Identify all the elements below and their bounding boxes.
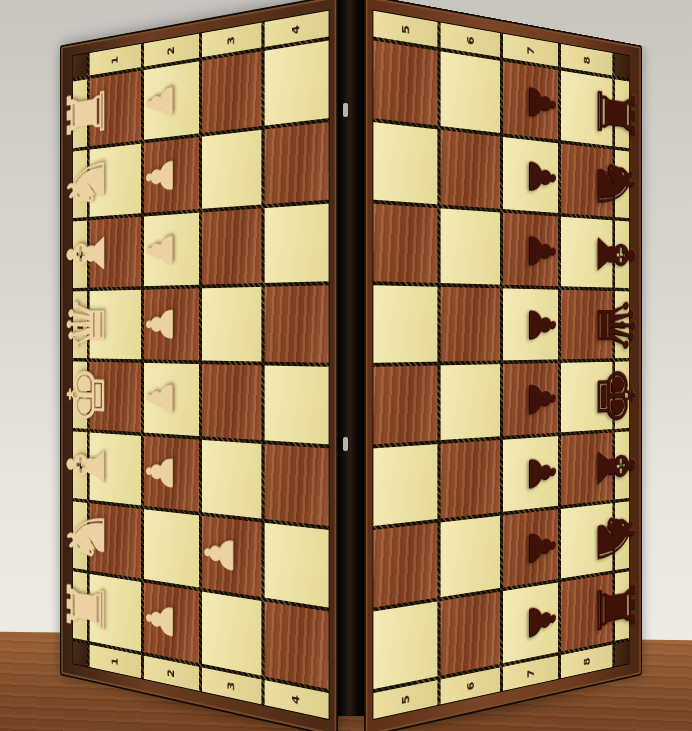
- rank-label-5: 5: [373, 10, 437, 46]
- square-a4[interactable]: [265, 40, 329, 125]
- square-c1[interactable]: ♝: [90, 216, 142, 287]
- square-e6[interactable]: [441, 364, 500, 440]
- square-h6[interactable]: [441, 591, 500, 675]
- square-h3[interactable]: [202, 591, 261, 675]
- frame-corner: [73, 53, 87, 78]
- square-f3[interactable]: [202, 439, 261, 518]
- square-c7[interactable]: ♟: [503, 212, 558, 285]
- file-label-A-left: A: [73, 79, 87, 148]
- rank-label-3-text: 3: [226, 35, 236, 45]
- rank-label-5-text: 5: [401, 693, 412, 704]
- black-rook[interactable]: ♜: [590, 569, 640, 645]
- file-label-E-left-text: E: [76, 391, 84, 399]
- white-bishop[interactable]: ♝: [62, 218, 112, 288]
- square-g8[interactable]: ♞: [561, 503, 613, 578]
- file-label-E-left: E: [73, 361, 87, 428]
- file-label-A-right: A: [615, 79, 629, 148]
- square-h2[interactable]: ♟: [144, 582, 199, 663]
- square-g7[interactable]: ♟: [503, 509, 558, 587]
- rank-label-1-text: 1: [111, 656, 120, 666]
- black-pawn[interactable]: ♟: [515, 288, 569, 359]
- square-f4[interactable]: [265, 444, 329, 526]
- file-label-B-right-text: B: [618, 179, 626, 188]
- white-king[interactable]: ♚: [62, 361, 112, 430]
- file-label-D-left-text: D: [76, 320, 84, 329]
- file-label-F-left-text: F: [76, 461, 84, 469]
- file-label-D-right: D: [615, 291, 629, 358]
- rank-label-4-text: 4: [291, 693, 302, 704]
- rank-label-8-text: 8: [583, 55, 592, 64]
- black-rook[interactable]: ♜: [590, 75, 640, 149]
- square-h7[interactable]: ♟: [503, 582, 558, 663]
- square-c4[interactable]: [265, 203, 329, 282]
- board-left-panel: 1234A♜♟B♞♟C♝♟D♛♟E♚♟F♝♟G♞♟H♜♟1234: [60, 0, 338, 731]
- square-f6[interactable]: [441, 439, 500, 518]
- square-e8[interactable]: ♚: [561, 361, 613, 432]
- rank-label-7-text: 7: [526, 667, 535, 677]
- square-f1[interactable]: ♝: [90, 432, 142, 505]
- white-rook[interactable]: ♜: [62, 569, 112, 645]
- rank-label-4: 4: [265, 10, 329, 46]
- rank-label-2: 2: [144, 33, 199, 66]
- square-g3[interactable]: ♟: [202, 515, 261, 596]
- left-panel-grid: 1234A♜♟B♞♟C♝♟D♛♟E♚♟F♝♟G♞♟H♜♟1234: [73, 9, 330, 720]
- square-h5[interactable]: [373, 601, 437, 689]
- file-label-A-left-text: A: [76, 109, 84, 119]
- square-d6[interactable]: [441, 286, 500, 361]
- white-pawn[interactable]: ♟: [133, 362, 187, 435]
- file-label-A-right-text: A: [618, 109, 626, 119]
- white-knight[interactable]: ♞: [62, 147, 112, 219]
- file-label-C-left-text: C: [76, 250, 84, 259]
- square-a6[interactable]: [441, 51, 500, 133]
- white-pawn[interactable]: ♟: [133, 213, 187, 286]
- black-bishop[interactable]: ♝: [590, 430, 640, 502]
- file-label-E-right-text: E: [618, 391, 626, 399]
- file-label-G-left-text: G: [76, 530, 84, 540]
- black-pawn[interactable]: ♟: [515, 63, 569, 141]
- square-g5[interactable]: [373, 522, 437, 607]
- file-label-H-right: H: [615, 571, 629, 640]
- right-panel-grid: 5678♟♜A♟♞B♟♝C♟♛D♟♚E♟♝F♟♞G♟♜H5678: [373, 9, 630, 720]
- square-e3[interactable]: [202, 364, 261, 440]
- square-f8[interactable]: ♝: [561, 432, 613, 505]
- rank-label-2-text: 2: [166, 45, 175, 55]
- rank-label-3: 3: [202, 22, 261, 57]
- rank-label-1-text: 1: [111, 55, 120, 64]
- square-h4[interactable]: [265, 601, 329, 689]
- square-e2[interactable]: ♟: [144, 362, 199, 435]
- square-g6[interactable]: [441, 515, 500, 596]
- square-a3[interactable]: [202, 51, 261, 133]
- square-g2[interactable]: [144, 509, 199, 587]
- square-h8[interactable]: ♜: [561, 573, 613, 651]
- folding-chess-board: 1234A♜♟B♞♟C♝♟D♛♟E♚♟F♝♟G♞♟H♜♟1234 5678♟♜A…: [30, 0, 672, 731]
- black-pawn[interactable]: ♟: [515, 138, 569, 213]
- file-label-B-right: B: [615, 149, 629, 217]
- square-d4[interactable]: [265, 285, 329, 363]
- black-pawn[interactable]: ♟: [515, 362, 569, 435]
- square-e7[interactable]: ♟: [503, 362, 558, 435]
- white-pawn[interactable]: ♟: [133, 580, 187, 660]
- rank-label-5-text: 5: [401, 23, 412, 34]
- frame-corner: [615, 641, 629, 666]
- square-c5[interactable]: [373, 203, 437, 282]
- file-label-G-right: G: [615, 501, 629, 570]
- rank-label-3: 3: [202, 667, 261, 704]
- rank-label-4: 4: [265, 680, 329, 719]
- hinge-spine: [338, 0, 364, 731]
- file-label-D-right-text: D: [618, 320, 626, 329]
- rank-label-6: 6: [441, 667, 500, 704]
- file-label-B-left-text: B: [76, 179, 84, 188]
- white-pawn[interactable]: ♟: [133, 138, 187, 213]
- square-d7[interactable]: ♟: [503, 288, 558, 360]
- frame-corner: [615, 53, 629, 78]
- square-f7[interactable]: ♟: [503, 436, 558, 512]
- rank-label-7: 7: [503, 33, 558, 66]
- file-label-F-right-text: F: [618, 461, 626, 469]
- square-c3[interactable]: [202, 208, 261, 284]
- square-b4[interactable]: [265, 122, 329, 204]
- rank-label-7: 7: [503, 655, 558, 690]
- square-d8[interactable]: ♛: [561, 289, 613, 358]
- frame-corner: [73, 641, 87, 666]
- hinge-plate-icon: [343, 103, 348, 117]
- square-b1[interactable]: ♞: [90, 143, 142, 216]
- square-d3[interactable]: [202, 286, 261, 361]
- rank-label-2-text: 2: [166, 667, 175, 677]
- square-a1[interactable]: ♜: [90, 70, 142, 146]
- square-h1[interactable]: ♜: [90, 573, 142, 651]
- rank-label-8: 8: [561, 43, 613, 75]
- white-queen[interactable]: ♛: [62, 290, 112, 358]
- square-e1[interactable]: ♚: [90, 361, 142, 432]
- square-c8[interactable]: ♝: [561, 216, 613, 287]
- rank-label-7-text: 7: [526, 45, 535, 55]
- file-label-C-right-text: C: [618, 250, 626, 259]
- square-e5[interactable]: [373, 365, 437, 444]
- white-pawn[interactable]: ♟: [133, 288, 187, 359]
- rank-label-6-text: 6: [466, 35, 476, 45]
- rank-label-6: 6: [441, 22, 500, 57]
- file-label-B-left: B: [73, 149, 87, 217]
- square-a7[interactable]: ♟: [503, 61, 558, 140]
- file-label-F-right: F: [615, 431, 629, 499]
- square-b6[interactable]: [441, 129, 500, 208]
- rank-label-2: 2: [144, 655, 199, 690]
- black-knight[interactable]: ♞: [590, 147, 640, 219]
- rank-label-5: 5: [373, 680, 437, 719]
- square-b5[interactable]: [373, 122, 437, 204]
- white-bishop[interactable]: ♝: [62, 430, 112, 502]
- chess-set-photo-scene: 1234A♜♟B♞♟C♝♟D♛♟E♚♟F♝♟G♞♟H♜♟1234 5678♟♜A…: [0, 0, 692, 731]
- rank-label-8-text: 8: [583, 656, 592, 666]
- square-b2[interactable]: ♟: [144, 137, 199, 213]
- square-e4[interactable]: [265, 365, 329, 444]
- file-label-C-right: C: [615, 220, 629, 288]
- square-d2[interactable]: ♟: [144, 288, 199, 360]
- white-pawn[interactable]: ♟: [133, 63, 187, 141]
- square-c6[interactable]: [441, 208, 500, 284]
- black-bishop[interactable]: ♝: [590, 218, 640, 288]
- rank-label-3-text: 3: [226, 680, 236, 691]
- black-pawn[interactable]: ♟: [515, 580, 569, 660]
- rank-label-4-text: 4: [291, 23, 302, 34]
- file-label-H-right-text: H: [618, 600, 626, 611]
- file-label-D-left: D: [73, 291, 87, 358]
- board-right-panel: 5678♟♜A♟♞B♟♝C♟♛D♟♚E♟♝F♟♞G♟♜H5678: [364, 0, 642, 731]
- black-knight[interactable]: ♞: [590, 500, 640, 574]
- square-a5[interactable]: [373, 40, 437, 125]
- square-g4[interactable]: [265, 522, 329, 607]
- white-knight[interactable]: ♞: [62, 500, 112, 574]
- file-label-H-left-text: H: [76, 600, 84, 611]
- square-d5[interactable]: [373, 285, 437, 363]
- file-label-F-left: F: [73, 431, 87, 499]
- file-label-C-left: C: [73, 220, 87, 288]
- square-c2[interactable]: ♟: [144, 212, 199, 285]
- file-label-H-left: H: [73, 571, 87, 640]
- square-b3[interactable]: [202, 129, 261, 208]
- black-queen[interactable]: ♛: [590, 290, 640, 358]
- white-rook[interactable]: ♜: [62, 75, 112, 149]
- square-a2[interactable]: ♟: [144, 61, 199, 140]
- square-d1[interactable]: ♛: [90, 289, 142, 358]
- file-label-G-right-text: G: [618, 530, 626, 540]
- file-label-G-left: G: [73, 501, 87, 570]
- black-pawn[interactable]: ♟: [515, 508, 569, 586]
- rank-label-1: 1: [90, 644, 142, 678]
- square-b7[interactable]: ♟: [503, 137, 558, 213]
- hinge-plate-icon: [343, 437, 348, 451]
- black-king[interactable]: ♚: [590, 361, 640, 430]
- black-pawn[interactable]: ♟: [515, 435, 569, 510]
- rank-label-1: 1: [90, 43, 142, 75]
- rank-label-6-text: 6: [466, 680, 476, 691]
- white-pawn[interactable]: ♟: [133, 435, 187, 510]
- square-f2[interactable]: ♟: [144, 436, 199, 512]
- black-pawn[interactable]: ♟: [515, 213, 569, 286]
- square-b8[interactable]: ♞: [561, 143, 613, 216]
- square-f5[interactable]: [373, 444, 437, 526]
- white-pawn[interactable]: ♟: [190, 514, 249, 595]
- file-label-E-right: E: [615, 361, 629, 428]
- square-a8[interactable]: ♜: [561, 70, 613, 146]
- rank-label-8: 8: [561, 644, 613, 678]
- square-g1[interactable]: ♞: [90, 503, 142, 578]
